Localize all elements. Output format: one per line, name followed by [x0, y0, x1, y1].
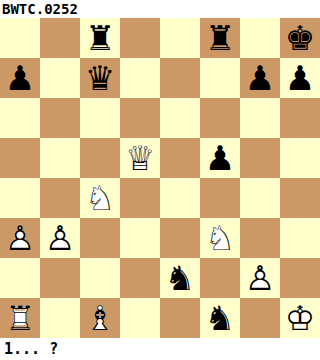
square-h2[interactable]	[280, 258, 320, 298]
square-e8[interactable]	[160, 18, 200, 58]
black-king-h8[interactable]: ♚	[280, 18, 320, 58]
piece-outline: ♙	[40, 218, 80, 258]
square-h6[interactable]	[280, 98, 320, 138]
square-e3[interactable]	[160, 218, 200, 258]
white-queen-d5[interactable]: ♛♕	[120, 138, 160, 178]
square-f7[interactable]	[200, 58, 240, 98]
black-pawn-f5[interactable]: ♟	[200, 138, 240, 178]
square-g6[interactable]	[240, 98, 280, 138]
square-b7[interactable]	[40, 58, 80, 98]
square-a4[interactable]	[0, 178, 40, 218]
white-pawn-a3[interactable]: ♟♙	[0, 218, 40, 258]
square-a5[interactable]	[0, 138, 40, 178]
square-h7[interactable]: ♟	[280, 58, 320, 98]
square-f4[interactable]	[200, 178, 240, 218]
square-a3[interactable]: ♟♙	[0, 218, 40, 258]
piece-outline: ♔	[280, 298, 320, 338]
square-h1[interactable]: ♚♔	[280, 298, 320, 338]
square-c4[interactable]: ♞♘	[80, 178, 120, 218]
chess-board: ♜♜♚♟♛♟♟♛♕♟♞♘♟♙♟♙♞♘♞♟♙♜♖♝♗♞♚♔	[0, 18, 320, 338]
square-g3[interactable]	[240, 218, 280, 258]
square-d7[interactable]	[120, 58, 160, 98]
square-e4[interactable]	[160, 178, 200, 218]
piece-outline: ♕	[120, 138, 160, 178]
square-c3[interactable]	[80, 218, 120, 258]
square-d5[interactable]: ♛♕	[120, 138, 160, 178]
square-a7[interactable]: ♟	[0, 58, 40, 98]
square-g2[interactable]: ♟♙	[240, 258, 280, 298]
square-f3[interactable]: ♞♘	[200, 218, 240, 258]
square-c2[interactable]	[80, 258, 120, 298]
square-h4[interactable]	[280, 178, 320, 218]
white-king-h1[interactable]: ♚♔	[280, 298, 320, 338]
square-e2[interactable]: ♞	[160, 258, 200, 298]
square-b2[interactable]	[40, 258, 80, 298]
square-g5[interactable]	[240, 138, 280, 178]
black-pawn-a7[interactable]: ♟	[0, 58, 40, 98]
square-a2[interactable]	[0, 258, 40, 298]
square-d1[interactable]	[120, 298, 160, 338]
piece-outline: ♙	[240, 258, 280, 298]
white-bishop-c1[interactable]: ♝♗	[80, 298, 120, 338]
square-a6[interactable]	[0, 98, 40, 138]
square-e1[interactable]	[160, 298, 200, 338]
square-d2[interactable]	[120, 258, 160, 298]
square-g4[interactable]	[240, 178, 280, 218]
move-prompt: 1... ?	[4, 340, 58, 358]
square-g7[interactable]: ♟	[240, 58, 280, 98]
square-h3[interactable]	[280, 218, 320, 258]
black-rook-f8[interactable]: ♜	[200, 18, 240, 58]
square-b1[interactable]	[40, 298, 80, 338]
square-h5[interactable]	[280, 138, 320, 178]
piece-outline: ♗	[80, 298, 120, 338]
black-pawn-h7[interactable]: ♟	[280, 58, 320, 98]
black-knight-e2[interactable]: ♞	[160, 258, 200, 298]
square-d3[interactable]	[120, 218, 160, 258]
square-f2[interactable]	[200, 258, 240, 298]
puzzle-id: BWTC.0252	[2, 1, 78, 17]
square-c5[interactable]	[80, 138, 120, 178]
square-b3[interactable]: ♟♙	[40, 218, 80, 258]
square-g1[interactable]	[240, 298, 280, 338]
square-g8[interactable]	[240, 18, 280, 58]
square-a1[interactable]: ♜♖	[0, 298, 40, 338]
white-knight-c4[interactable]: ♞♘	[80, 178, 120, 218]
square-e5[interactable]	[160, 138, 200, 178]
square-c7[interactable]: ♛	[80, 58, 120, 98]
white-rook-a1[interactable]: ♜♖	[0, 298, 40, 338]
square-d6[interactable]	[120, 98, 160, 138]
white-pawn-g2[interactable]: ♟♙	[240, 258, 280, 298]
square-d4[interactable]	[120, 178, 160, 218]
square-b4[interactable]	[40, 178, 80, 218]
square-f1[interactable]: ♞	[200, 298, 240, 338]
square-e7[interactable]	[160, 58, 200, 98]
square-d8[interactable]	[120, 18, 160, 58]
square-c8[interactable]: ♜	[80, 18, 120, 58]
black-pawn-g7[interactable]: ♟	[240, 58, 280, 98]
move-prompt-bar: 1... ?	[0, 338, 320, 360]
white-knight-f3[interactable]: ♞♘	[200, 218, 240, 258]
square-a8[interactable]	[0, 18, 40, 58]
puzzle-header: BWTC.0252	[0, 0, 320, 18]
square-c6[interactable]	[80, 98, 120, 138]
square-f8[interactable]: ♜	[200, 18, 240, 58]
square-e6[interactable]	[160, 98, 200, 138]
square-h8[interactable]: ♚	[280, 18, 320, 58]
piece-outline: ♖	[0, 298, 40, 338]
square-b6[interactable]	[40, 98, 80, 138]
square-f6[interactable]	[200, 98, 240, 138]
black-rook-c8[interactable]: ♜	[80, 18, 120, 58]
piece-outline: ♘	[80, 178, 120, 218]
black-knight-f1[interactable]: ♞	[200, 298, 240, 338]
square-b8[interactable]	[40, 18, 80, 58]
piece-outline: ♙	[0, 218, 40, 258]
square-c1[interactable]: ♝♗	[80, 298, 120, 338]
square-f5[interactable]: ♟	[200, 138, 240, 178]
white-pawn-b3[interactable]: ♟♙	[40, 218, 80, 258]
piece-outline: ♘	[200, 218, 240, 258]
black-queen-c7[interactable]: ♛	[80, 58, 120, 98]
square-b5[interactable]	[40, 138, 80, 178]
